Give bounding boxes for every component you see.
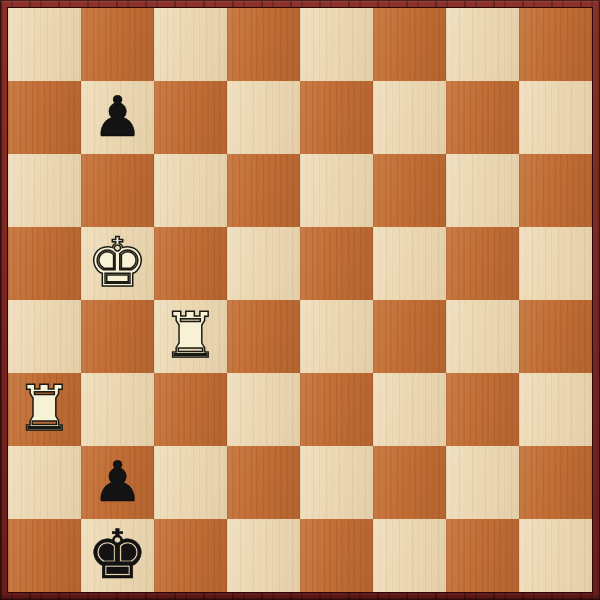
square-e6[interactable] — [300, 154, 373, 227]
square-f4[interactable] — [373, 300, 446, 373]
square-e2[interactable] — [300, 446, 373, 519]
square-a7[interactable] — [8, 81, 81, 154]
square-g8[interactable] — [446, 8, 519, 81]
square-a3[interactable]: ♜ — [8, 373, 81, 446]
square-e8[interactable] — [300, 8, 373, 81]
square-a8[interactable] — [8, 8, 81, 81]
square-a2[interactable] — [8, 446, 81, 519]
square-d4[interactable] — [227, 300, 300, 373]
black-pawn[interactable]: ♟ — [92, 454, 142, 510]
square-b8[interactable] — [81, 8, 154, 81]
square-c8[interactable] — [154, 8, 227, 81]
square-d8[interactable] — [227, 8, 300, 81]
chess-board: ♟♚♜♜♟♚ — [8, 8, 592, 592]
white-king[interactable]: ♚ — [87, 229, 148, 297]
square-g1[interactable] — [446, 519, 519, 592]
square-h8[interactable] — [519, 8, 592, 81]
square-e1[interactable] — [300, 519, 373, 592]
black-pawn[interactable]: ♟ — [92, 89, 142, 145]
square-h7[interactable] — [519, 81, 592, 154]
square-c7[interactable] — [154, 81, 227, 154]
square-a5[interactable] — [8, 227, 81, 300]
square-f6[interactable] — [373, 154, 446, 227]
square-b4[interactable] — [81, 300, 154, 373]
black-king[interactable]: ♚ — [87, 521, 148, 589]
square-d6[interactable] — [227, 154, 300, 227]
square-d3[interactable] — [227, 373, 300, 446]
square-h6[interactable] — [519, 154, 592, 227]
square-a6[interactable] — [8, 154, 81, 227]
square-f3[interactable] — [373, 373, 446, 446]
square-f8[interactable] — [373, 8, 446, 81]
square-b2[interactable]: ♟ — [81, 446, 154, 519]
square-g2[interactable] — [446, 446, 519, 519]
square-a4[interactable] — [8, 300, 81, 373]
square-h2[interactable] — [519, 446, 592, 519]
white-rook[interactable]: ♜ — [16, 377, 72, 440]
square-e5[interactable] — [300, 227, 373, 300]
square-e7[interactable] — [300, 81, 373, 154]
square-d2[interactable] — [227, 446, 300, 519]
square-c5[interactable] — [154, 227, 227, 300]
square-f5[interactable] — [373, 227, 446, 300]
square-b5[interactable]: ♚ — [81, 227, 154, 300]
square-h1[interactable] — [519, 519, 592, 592]
chess-board-frame: ♟♚♜♜♟♚ — [0, 0, 600, 600]
square-f2[interactable] — [373, 446, 446, 519]
square-g3[interactable] — [446, 373, 519, 446]
square-b1[interactable]: ♚ — [81, 519, 154, 592]
square-d1[interactable] — [227, 519, 300, 592]
square-c6[interactable] — [154, 154, 227, 227]
square-g4[interactable] — [446, 300, 519, 373]
square-b6[interactable] — [81, 154, 154, 227]
square-e4[interactable] — [300, 300, 373, 373]
square-c1[interactable] — [154, 519, 227, 592]
white-rook[interactable]: ♜ — [162, 304, 218, 367]
square-f1[interactable] — [373, 519, 446, 592]
square-g7[interactable] — [446, 81, 519, 154]
square-b3[interactable] — [81, 373, 154, 446]
square-h3[interactable] — [519, 373, 592, 446]
square-a1[interactable] — [8, 519, 81, 592]
square-c2[interactable] — [154, 446, 227, 519]
square-d5[interactable] — [227, 227, 300, 300]
square-d7[interactable] — [227, 81, 300, 154]
square-g6[interactable] — [446, 154, 519, 227]
square-c3[interactable] — [154, 373, 227, 446]
square-g5[interactable] — [446, 227, 519, 300]
square-b7[interactable]: ♟ — [81, 81, 154, 154]
square-h4[interactable] — [519, 300, 592, 373]
square-e3[interactable] — [300, 373, 373, 446]
square-h5[interactable] — [519, 227, 592, 300]
square-f7[interactable] — [373, 81, 446, 154]
square-c4[interactable]: ♜ — [154, 300, 227, 373]
